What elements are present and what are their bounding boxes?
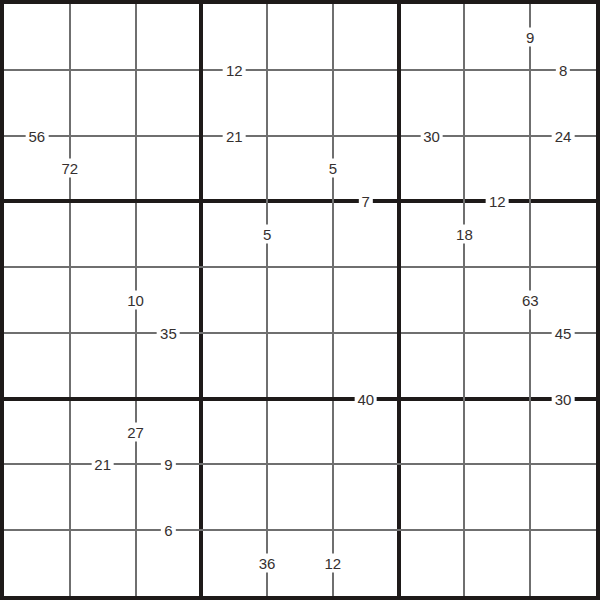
edge-clue-bottom-r2c7: 30 [420, 126, 443, 145]
cell-r8c8[interactable] [464, 464, 530, 530]
cell-r6c1[interactable] [4, 333, 70, 399]
box-border-vertical [397, 4, 401, 596]
cell-r9c3[interactable] [136, 530, 202, 596]
cell-r4c2[interactable] [70, 201, 136, 267]
edge-clue-bottom-r3c8: 12 [486, 192, 509, 211]
edge-clue-bottom-r1c9: 8 [556, 60, 570, 79]
box-border-horizontal [4, 397, 596, 401]
edge-clue-bottom-r1c4: 12 [223, 60, 246, 79]
edge-clue-right-r4c7: 18 [453, 225, 476, 244]
edge-clue-bottom-r7c3: 9 [161, 455, 175, 474]
cell-r8c6[interactable] [333, 464, 399, 530]
cell-r2c2[interactable] [70, 70, 136, 136]
grid-line-vertical [266, 4, 268, 596]
cell-r5c1[interactable] [4, 267, 70, 333]
edge-clue-right-r4c4: 5 [260, 225, 274, 244]
cell-r4c4[interactable] [201, 201, 267, 267]
edge-clue-right-r9c5: 12 [322, 554, 345, 573]
edge-clue-right-r3c5: 5 [326, 159, 340, 178]
edge-clue-bottom-r2c1: 56 [26, 126, 49, 145]
cell-r4c1[interactable] [4, 201, 70, 267]
edge-clue-bottom-r6c6: 40 [354, 389, 377, 408]
grid-line-horizontal [4, 529, 596, 531]
grid-line-horizontal [4, 332, 596, 334]
edge-clue-bottom-r3c6: 7 [359, 192, 373, 211]
cell-r8c9[interactable] [530, 464, 596, 530]
cell-r8c5[interactable] [267, 464, 333, 530]
cell-r7c4[interactable] [201, 399, 267, 465]
cell-r8c4[interactable] [201, 464, 267, 530]
cell-r6c3[interactable] [136, 333, 202, 399]
cell-r1c5[interactable] [267, 4, 333, 70]
cell-r7c6[interactable] [333, 399, 399, 465]
cell-r7c9[interactable] [530, 399, 596, 465]
cell-r9c2[interactable] [70, 530, 136, 596]
cell-r6c2[interactable] [70, 333, 136, 399]
cell-r1c7[interactable] [399, 4, 465, 70]
cell-r6c5[interactable] [267, 333, 333, 399]
cell-r9c7[interactable] [399, 530, 465, 596]
cell-r3c3[interactable] [136, 136, 202, 202]
cell-r1c8[interactable] [464, 4, 530, 70]
cell-r8c7[interactable] [399, 464, 465, 530]
cell-r8c2[interactable] [70, 464, 136, 530]
cell-r3c4[interactable] [201, 136, 267, 202]
edge-clue-right-r9c4: 36 [256, 554, 279, 573]
cell-r1c1[interactable] [4, 4, 70, 70]
cell-r5c4[interactable] [201, 267, 267, 333]
cell-r9c1[interactable] [4, 530, 70, 596]
edge-clue-right-r5c2: 10 [124, 291, 147, 310]
edge-clue-bottom-r7c2: 21 [91, 455, 114, 474]
cell-r9c8[interactable] [464, 530, 530, 596]
cell-r6c8[interactable] [464, 333, 530, 399]
cell-r4c9[interactable] [530, 201, 596, 267]
grid-line-horizontal [4, 135, 596, 137]
cell-r7c7[interactable] [399, 399, 465, 465]
cell-r5c7[interactable] [399, 267, 465, 333]
box-border-vertical [199, 4, 203, 596]
cell-r1c3[interactable] [136, 4, 202, 70]
cell-r2c3[interactable] [136, 70, 202, 136]
cell-r8c1[interactable] [4, 464, 70, 530]
grid-line-horizontal [4, 69, 596, 71]
cell-r4c3[interactable] [136, 201, 202, 267]
grid-line-vertical [332, 4, 334, 596]
edge-clue-bottom-r5c9: 45 [552, 323, 575, 342]
edge-clue-right-r5c8: 63 [519, 291, 542, 310]
cell-r3c7[interactable] [399, 136, 465, 202]
cell-r2c8[interactable] [464, 70, 530, 136]
edge-clue-bottom-r6c9: 30 [552, 389, 575, 408]
cell-r4c6[interactable] [333, 201, 399, 267]
cell-r5c5[interactable] [267, 267, 333, 333]
cell-r5c6[interactable] [333, 267, 399, 333]
edge-clue-bottom-r5c3: 35 [157, 323, 180, 342]
cell-r6c7[interactable] [399, 333, 465, 399]
cell-r7c1[interactable] [4, 399, 70, 465]
cell-r6c4[interactable] [201, 333, 267, 399]
edge-clue-bottom-r2c9: 24 [552, 126, 575, 145]
grid-line-vertical [463, 4, 465, 596]
cell-r3c9[interactable] [530, 136, 596, 202]
sudoku-board: 1285621302471235454030219697255181063273… [0, 0, 600, 600]
cell-r7c8[interactable] [464, 399, 530, 465]
cell-r3c5[interactable] [267, 136, 333, 202]
cell-r1c6[interactable] [333, 4, 399, 70]
cell-r9c9[interactable] [530, 530, 596, 596]
cell-r2c5[interactable] [267, 70, 333, 136]
edge-clue-right-r1c8: 9 [523, 27, 537, 46]
edge-clue-right-r7c2: 27 [124, 422, 147, 441]
edge-clue-bottom-r8c3: 6 [161, 521, 175, 540]
cell-r2c6[interactable] [333, 70, 399, 136]
cell-r7c5[interactable] [267, 399, 333, 465]
grid-line-vertical [69, 4, 71, 596]
edge-clue-bottom-r2c4: 21 [223, 126, 246, 145]
grid-line-horizontal [4, 266, 596, 268]
cell-r4c5[interactable] [267, 201, 333, 267]
cell-r1c2[interactable] [70, 4, 136, 70]
edge-clue-right-r3c1: 72 [58, 159, 81, 178]
